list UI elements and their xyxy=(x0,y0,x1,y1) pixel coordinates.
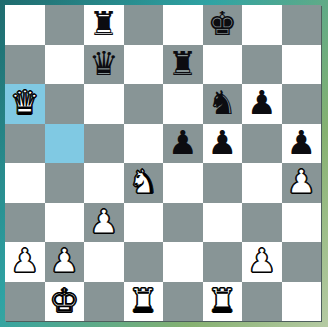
chess-board: ♜♚♛♜♛♞♟♟♟♟♞♟♟♟♟♟♚♜♜ xyxy=(5,5,321,321)
piece-black-rook[interactable]: ♜ xyxy=(89,7,119,40)
square-h5[interactable]: ♟ xyxy=(282,124,322,164)
square-e1[interactable] xyxy=(163,282,203,322)
square-f4[interactable] xyxy=(203,163,243,203)
square-h1[interactable] xyxy=(282,282,322,322)
square-d1[interactable]: ♜ xyxy=(124,282,164,322)
square-d8[interactable] xyxy=(124,5,164,45)
piece-white-pawn[interactable]: ♟ xyxy=(10,244,40,277)
square-g3[interactable] xyxy=(242,203,282,243)
square-d3[interactable] xyxy=(124,203,164,243)
piece-black-queen[interactable]: ♛ xyxy=(89,47,119,80)
square-d6[interactable] xyxy=(124,84,164,124)
square-g8[interactable] xyxy=(242,5,282,45)
square-h7[interactable] xyxy=(282,45,322,85)
square-g4[interactable] xyxy=(242,163,282,203)
piece-black-knight[interactable]: ♞ xyxy=(207,86,237,119)
square-d2[interactable] xyxy=(124,242,164,282)
square-g7[interactable] xyxy=(242,45,282,85)
square-a5[interactable] xyxy=(5,124,45,164)
piece-white-knight[interactable]: ♞ xyxy=(128,165,158,198)
square-e7[interactable]: ♜ xyxy=(163,45,203,85)
square-a6[interactable]: ♛ xyxy=(5,84,45,124)
square-h8[interactable] xyxy=(282,5,322,45)
square-b1[interactable]: ♚ xyxy=(45,282,85,322)
piece-black-pawn[interactable]: ♟ xyxy=(207,126,237,159)
square-e8[interactable] xyxy=(163,5,203,45)
piece-black-pawn[interactable]: ♟ xyxy=(286,126,316,159)
square-h2[interactable] xyxy=(282,242,322,282)
piece-white-king[interactable]: ♚ xyxy=(49,284,79,317)
square-f3[interactable] xyxy=(203,203,243,243)
square-b7[interactable] xyxy=(45,45,85,85)
square-a2[interactable]: ♟ xyxy=(5,242,45,282)
square-e5[interactable]: ♟ xyxy=(163,124,203,164)
square-f5[interactable]: ♟ xyxy=(203,124,243,164)
square-f6[interactable]: ♞ xyxy=(203,84,243,124)
square-d7[interactable] xyxy=(124,45,164,85)
square-a7[interactable] xyxy=(5,45,45,85)
piece-black-pawn[interactable]: ♟ xyxy=(168,126,198,159)
piece-white-pawn[interactable]: ♟ xyxy=(49,244,79,277)
square-e6[interactable] xyxy=(163,84,203,124)
square-b5[interactable] xyxy=(45,124,85,164)
square-h3[interactable] xyxy=(282,203,322,243)
piece-white-pawn[interactable]: ♟ xyxy=(247,244,277,277)
square-b3[interactable] xyxy=(45,203,85,243)
piece-white-queen[interactable]: ♛ xyxy=(10,86,40,119)
square-c3[interactable]: ♟ xyxy=(84,203,124,243)
square-h6[interactable] xyxy=(282,84,322,124)
piece-white-rook[interactable]: ♜ xyxy=(207,284,237,317)
square-f2[interactable] xyxy=(203,242,243,282)
square-a3[interactable] xyxy=(5,203,45,243)
piece-black-pawn[interactable]: ♟ xyxy=(247,86,277,119)
square-a8[interactable] xyxy=(5,5,45,45)
square-c1[interactable] xyxy=(84,282,124,322)
square-d4[interactable]: ♞ xyxy=(124,163,164,203)
square-c7[interactable]: ♛ xyxy=(84,45,124,85)
piece-white-pawn[interactable]: ♟ xyxy=(89,205,119,238)
square-c2[interactable] xyxy=(84,242,124,282)
piece-black-king[interactable]: ♚ xyxy=(207,7,237,40)
square-e2[interactable] xyxy=(163,242,203,282)
square-g6[interactable]: ♟ xyxy=(242,84,282,124)
square-c8[interactable]: ♜ xyxy=(84,5,124,45)
square-c4[interactable] xyxy=(84,163,124,203)
square-g2[interactable]: ♟ xyxy=(242,242,282,282)
square-a1[interactable] xyxy=(5,282,45,322)
square-e3[interactable] xyxy=(163,203,203,243)
square-h4[interactable]: ♟ xyxy=(282,163,322,203)
square-c5[interactable] xyxy=(84,124,124,164)
piece-white-pawn[interactable]: ♟ xyxy=(286,165,316,198)
square-g5[interactable] xyxy=(242,124,282,164)
square-d5[interactable] xyxy=(124,124,164,164)
chess-app-window: ♜♚♛♜♛♞♟♟♟♟♞♟♟♟♟♟♚♜♜ xyxy=(0,0,328,327)
square-b8[interactable] xyxy=(45,5,85,45)
square-f7[interactable] xyxy=(203,45,243,85)
square-b4[interactable] xyxy=(45,163,85,203)
square-b2[interactable]: ♟ xyxy=(45,242,85,282)
square-b6[interactable] xyxy=(45,84,85,124)
square-g1[interactable] xyxy=(242,282,282,322)
square-f8[interactable]: ♚ xyxy=(203,5,243,45)
square-c6[interactable] xyxy=(84,84,124,124)
piece-white-rook[interactable]: ♜ xyxy=(128,284,158,317)
piece-black-rook[interactable]: ♜ xyxy=(168,47,198,80)
square-f1[interactable]: ♜ xyxy=(203,282,243,322)
square-e4[interactable] xyxy=(163,163,203,203)
square-a4[interactable] xyxy=(5,163,45,203)
